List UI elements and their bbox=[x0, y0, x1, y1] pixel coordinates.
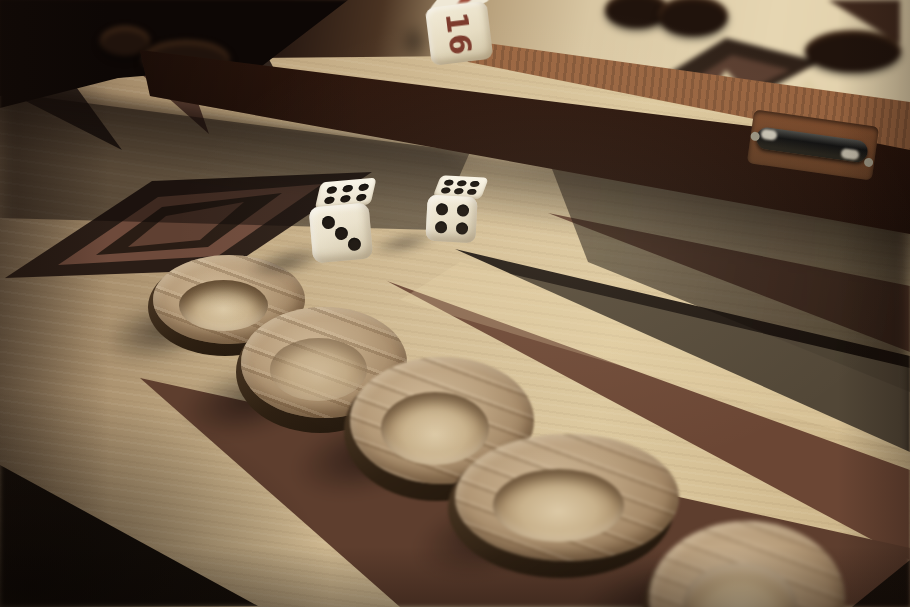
backgammon-photo: 16 bbox=[0, 0, 910, 607]
die-pip bbox=[456, 180, 467, 186]
doubling-cube-front-face: 16 bbox=[425, 1, 494, 66]
die-1 bbox=[302, 176, 377, 270]
die-pip bbox=[440, 187, 451, 193]
die-pip bbox=[334, 226, 348, 240]
die-pip bbox=[358, 183, 370, 191]
die-pip bbox=[326, 186, 338, 194]
die-pip bbox=[340, 195, 352, 203]
die-pip bbox=[347, 237, 361, 251]
doubling-cube-value: 16 bbox=[439, 10, 479, 58]
checker-dish bbox=[381, 392, 489, 465]
die-pip bbox=[436, 203, 449, 216]
die-pip bbox=[443, 180, 454, 186]
die-pip bbox=[466, 189, 477, 195]
die-pip bbox=[355, 194, 367, 202]
die-pip bbox=[342, 185, 354, 193]
die-pip bbox=[457, 204, 470, 217]
die-pip bbox=[324, 196, 336, 204]
checker-4 bbox=[448, 438, 674, 578]
die-pip bbox=[321, 215, 335, 229]
die-pip bbox=[453, 188, 464, 194]
checker-dish bbox=[270, 338, 367, 401]
doubling-cube: 16 bbox=[415, 0, 508, 77]
die-pip bbox=[456, 222, 469, 235]
dark-checker-stack-3 bbox=[805, 30, 901, 72]
die-2-front-face bbox=[425, 195, 477, 244]
die-2 bbox=[422, 172, 486, 247]
checker-dish bbox=[493, 469, 624, 542]
die-pip bbox=[469, 181, 480, 187]
die-1-front-face bbox=[309, 202, 374, 263]
checker-dish bbox=[179, 280, 268, 331]
die-pip bbox=[435, 221, 448, 234]
